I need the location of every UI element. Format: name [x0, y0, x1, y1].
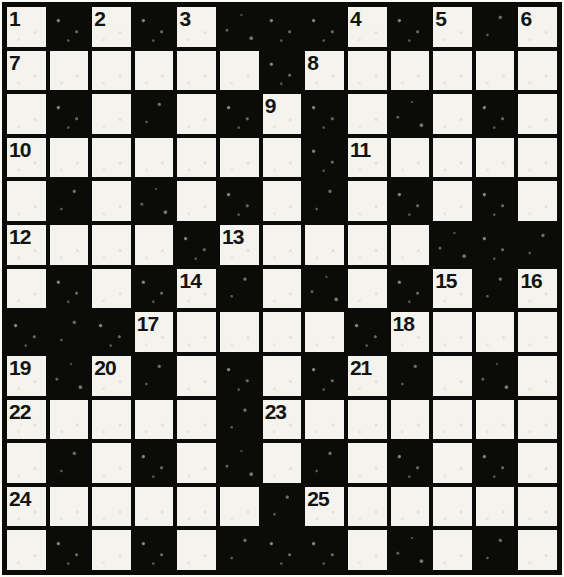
white-cell-r7c7[interactable] [305, 312, 344, 352]
white-cell-r9c6[interactable]: 23 [263, 400, 302, 440]
white-cell-r10c2[interactable] [92, 443, 131, 483]
white-cell-r9c10[interactable] [433, 400, 472, 440]
black-cell-r12c9 [391, 530, 430, 570]
black-cell-r8c9 [391, 356, 430, 396]
white-cell-r7c9[interactable]: 18 [391, 312, 430, 352]
clue-number-15: 15 [433, 269, 472, 291]
clue-number-23: 23 [263, 400, 302, 422]
white-cell-r6c12[interactable]: 16 [518, 269, 557, 309]
white-cell-r12c10[interactable] [433, 530, 472, 570]
white-cell-r7c10[interactable] [433, 312, 472, 352]
clue-number-13: 13 [220, 225, 259, 247]
clue-number-12: 12 [7, 225, 46, 247]
black-cell-r4c3 [135, 181, 174, 221]
white-cell-r1c9[interactable] [391, 51, 430, 91]
white-cell-r2c8[interactable] [348, 94, 387, 134]
white-cell-r6c8[interactable] [348, 269, 387, 309]
clue-number-9: 9 [263, 94, 302, 116]
white-cell-r1c5[interactable] [220, 51, 259, 91]
white-cell-r1c11[interactable] [476, 51, 515, 91]
black-cell-r8c1 [50, 356, 89, 396]
white-cell-r4c10[interactable] [433, 181, 472, 221]
white-cell-r11c11[interactable] [476, 487, 515, 527]
white-cell-r9c3[interactable] [135, 400, 174, 440]
white-cell-r9c0[interactable]: 22 [7, 400, 46, 440]
clue-number-4: 4 [348, 7, 387, 29]
black-cell-r10c11 [476, 443, 515, 483]
white-cell-r11c0[interactable]: 24 [7, 487, 46, 527]
white-cell-r8c8[interactable]: 21 [348, 356, 387, 396]
white-cell-r9c4[interactable] [177, 400, 216, 440]
white-cell-r4c4[interactable] [177, 181, 216, 221]
white-cell-r11c10[interactable] [433, 487, 472, 527]
white-cell-r10c10[interactable] [433, 443, 472, 483]
white-cell-r11c4[interactable] [177, 487, 216, 527]
white-cell-r10c12[interactable] [518, 443, 557, 483]
white-cell-r1c8[interactable] [348, 51, 387, 91]
black-cell-r6c11 [476, 269, 515, 309]
black-cell-r0c7 [305, 7, 344, 47]
black-cell-r10c5 [220, 443, 259, 483]
white-cell-r2c6[interactable]: 9 [263, 94, 302, 134]
white-cell-r5c6[interactable] [263, 225, 302, 265]
white-cell-r0c2[interactable]: 2 [92, 7, 131, 47]
clue-number-20: 20 [92, 356, 131, 378]
black-cell-r3c7 [305, 138, 344, 178]
white-cell-r0c12[interactable]: 6 [518, 7, 557, 47]
white-cell-r3c4[interactable] [177, 138, 216, 178]
black-cell-r7c1 [50, 312, 89, 352]
black-cell-r5c11 [476, 225, 515, 265]
white-cell-r1c4[interactable] [177, 51, 216, 91]
black-cell-r12c6 [263, 530, 302, 570]
black-cell-r5c10 [433, 225, 472, 265]
white-cell-r12c8[interactable] [348, 530, 387, 570]
white-cell-r5c1[interactable] [50, 225, 89, 265]
black-cell-r6c1 [50, 269, 89, 309]
black-cell-r12c7 [305, 530, 344, 570]
black-cell-r5c4 [177, 225, 216, 265]
white-cell-r7c6[interactable] [263, 312, 302, 352]
black-cell-r8c7 [305, 356, 344, 396]
black-cell-r8c3 [135, 356, 174, 396]
white-cell-r9c7[interactable] [305, 400, 344, 440]
clue-number-11: 11 [348, 138, 387, 160]
white-cell-r12c12[interactable] [518, 530, 557, 570]
white-cell-r12c4[interactable] [177, 530, 216, 570]
clue-number-10: 10 [7, 138, 46, 160]
white-cell-r12c0[interactable] [7, 530, 46, 570]
white-cell-r10c6[interactable] [263, 443, 302, 483]
black-cell-r2c1 [50, 94, 89, 134]
black-cell-r1c6 [263, 51, 302, 91]
white-cell-r3c3[interactable] [135, 138, 174, 178]
crossword-scan: 1234567891011121314151617181920212223242… [0, 0, 564, 577]
white-cell-r9c11[interactable] [476, 400, 515, 440]
white-cell-r7c3[interactable]: 17 [135, 312, 174, 352]
black-cell-r7c8 [348, 312, 387, 352]
white-cell-r1c3[interactable] [135, 51, 174, 91]
white-cell-r11c2[interactable] [92, 487, 131, 527]
white-cell-r8c0[interactable]: 19 [7, 356, 46, 396]
white-cell-r3c12[interactable] [518, 138, 557, 178]
clue-number-1: 1 [7, 7, 46, 29]
black-cell-r6c7 [305, 269, 344, 309]
clue-number-22: 22 [7, 400, 46, 422]
white-cell-r5c3[interactable] [135, 225, 174, 265]
black-cell-r0c3 [135, 7, 174, 47]
clue-number-24: 24 [7, 487, 46, 509]
black-cell-r4c11 [476, 181, 515, 221]
white-cell-r11c5[interactable] [220, 487, 259, 527]
white-cell-r11c8[interactable] [348, 487, 387, 527]
white-cell-r0c8[interactable]: 4 [348, 7, 387, 47]
clue-number-17: 17 [135, 312, 174, 334]
clue-number-21: 21 [348, 356, 387, 378]
white-cell-r3c6[interactable] [263, 138, 302, 178]
white-cell-r3c2[interactable] [92, 138, 131, 178]
white-cell-r9c8[interactable] [348, 400, 387, 440]
white-cell-r4c0[interactable] [7, 181, 46, 221]
white-cell-r9c2[interactable] [92, 400, 131, 440]
black-cell-r6c5 [220, 269, 259, 309]
white-cell-r4c12[interactable] [518, 181, 557, 221]
black-cell-r9c5 [220, 400, 259, 440]
white-cell-r6c0[interactable] [7, 269, 46, 309]
white-cell-r4c2[interactable] [92, 181, 131, 221]
black-cell-r8c11 [476, 356, 515, 396]
white-cell-r1c7[interactable]: 8 [305, 51, 344, 91]
black-cell-r6c9 [391, 269, 430, 309]
clue-number-6: 6 [518, 7, 557, 29]
white-cell-r3c11[interactable] [476, 138, 515, 178]
clue-number-7: 7 [7, 51, 46, 73]
clue-number-25: 25 [305, 487, 344, 509]
white-cell-r1c0[interactable]: 7 [7, 51, 46, 91]
white-cell-r2c12[interactable] [518, 94, 557, 134]
black-cell-r4c1 [50, 181, 89, 221]
white-cell-r0c10[interactable]: 5 [433, 7, 472, 47]
white-cell-r3c1[interactable] [50, 138, 89, 178]
black-cell-r0c1 [50, 7, 89, 47]
white-cell-r3c10[interactable] [433, 138, 472, 178]
white-cell-r6c6[interactable] [263, 269, 302, 309]
black-cell-r11c6 [263, 487, 302, 527]
black-cell-r2c11 [476, 94, 515, 134]
white-cell-r5c8[interactable] [348, 225, 387, 265]
clue-number-18: 18 [391, 312, 430, 334]
white-cell-r5c2[interactable] [92, 225, 131, 265]
clue-number-5: 5 [433, 7, 472, 29]
white-cell-r3c8[interactable]: 11 [348, 138, 387, 178]
white-cell-r7c4[interactable] [177, 312, 216, 352]
white-cell-r2c0[interactable] [7, 94, 46, 134]
black-cell-r12c11 [476, 530, 515, 570]
black-cell-r0c11 [476, 7, 515, 47]
clue-number-19: 19 [7, 356, 46, 378]
clue-number-14: 14 [177, 269, 216, 291]
white-cell-r11c3[interactable] [135, 487, 174, 527]
white-cell-r5c9[interactable] [391, 225, 430, 265]
white-cell-r8c10[interactable] [433, 356, 472, 396]
black-cell-r0c5 [220, 7, 259, 47]
white-cell-r0c4[interactable]: 3 [177, 7, 216, 47]
black-cell-r2c5 [220, 94, 259, 134]
white-cell-r11c12[interactable] [518, 487, 557, 527]
white-cell-r2c10[interactable] [433, 94, 472, 134]
white-cell-r9c12[interactable] [518, 400, 557, 440]
white-cell-r5c7[interactable] [305, 225, 344, 265]
clue-number-8: 8 [305, 51, 344, 73]
black-cell-r2c9 [391, 94, 430, 134]
white-cell-r9c9[interactable] [391, 400, 430, 440]
white-cell-r5c0[interactable]: 12 [7, 225, 46, 265]
white-cell-r12c2[interactable] [92, 530, 131, 570]
black-cell-r4c9 [391, 181, 430, 221]
white-cell-r11c9[interactable] [391, 487, 430, 527]
white-cell-r7c11[interactable] [476, 312, 515, 352]
white-cell-r9c1[interactable] [50, 400, 89, 440]
white-cell-r8c4[interactable] [177, 356, 216, 396]
black-cell-r12c5 [220, 530, 259, 570]
white-cell-r1c12[interactable] [518, 51, 557, 91]
white-cell-r8c12[interactable] [518, 356, 557, 396]
white-cell-r6c2[interactable] [92, 269, 131, 309]
black-cell-r10c9 [391, 443, 430, 483]
white-cell-r3c9[interactable] [391, 138, 430, 178]
white-cell-r7c12[interactable] [518, 312, 557, 352]
clue-number-16: 16 [518, 269, 557, 291]
white-cell-r11c1[interactable] [50, 487, 89, 527]
white-cell-r4c8[interactable] [348, 181, 387, 221]
black-cell-r0c6 [263, 7, 302, 47]
black-cell-r4c7 [305, 181, 344, 221]
black-cell-r5c12 [518, 225, 557, 265]
black-cell-r8c5 [220, 356, 259, 396]
white-cell-r11c7[interactable]: 25 [305, 487, 344, 527]
black-cell-r2c7 [305, 94, 344, 134]
black-cell-r12c3 [135, 530, 174, 570]
black-cell-r7c0 [7, 312, 46, 352]
white-cell-r5c5[interactable]: 13 [220, 225, 259, 265]
black-cell-r4c5 [220, 181, 259, 221]
black-cell-r12c1 [50, 530, 89, 570]
white-cell-r8c6[interactable] [263, 356, 302, 396]
white-cell-r10c4[interactable] [177, 443, 216, 483]
clue-number-3: 3 [177, 7, 216, 29]
white-cell-r8c2[interactable]: 20 [92, 356, 131, 396]
white-cell-r2c4[interactable] [177, 94, 216, 134]
white-cell-r1c10[interactable] [433, 51, 472, 91]
white-cell-r7c5[interactable] [220, 312, 259, 352]
black-cell-r10c1 [50, 443, 89, 483]
white-cell-r3c0[interactable]: 10 [7, 138, 46, 178]
white-cell-r1c1[interactable] [50, 51, 89, 91]
clue-number-2: 2 [92, 7, 131, 29]
white-cell-r6c10[interactable]: 15 [433, 269, 472, 309]
white-cell-r10c8[interactable] [348, 443, 387, 483]
black-cell-r0c9 [391, 7, 430, 47]
white-cell-r1c2[interactable] [92, 51, 131, 91]
black-cell-r2c3 [135, 94, 174, 134]
white-cell-r2c2[interactable] [92, 94, 131, 134]
white-cell-r10c0[interactable] [7, 443, 46, 483]
white-cell-r6c4[interactable]: 14 [177, 269, 216, 309]
white-cell-r3c5[interactable] [220, 138, 259, 178]
white-cell-r0c0[interactable]: 1 [7, 7, 46, 47]
white-cell-r4c6[interactable] [263, 181, 302, 221]
black-cell-r6c3 [135, 269, 174, 309]
black-cell-r10c7 [305, 443, 344, 483]
crossword-board: 1234567891011121314151617181920212223242… [2, 2, 562, 575]
black-cell-r10c3 [135, 443, 174, 483]
black-cell-r7c2 [92, 312, 131, 352]
